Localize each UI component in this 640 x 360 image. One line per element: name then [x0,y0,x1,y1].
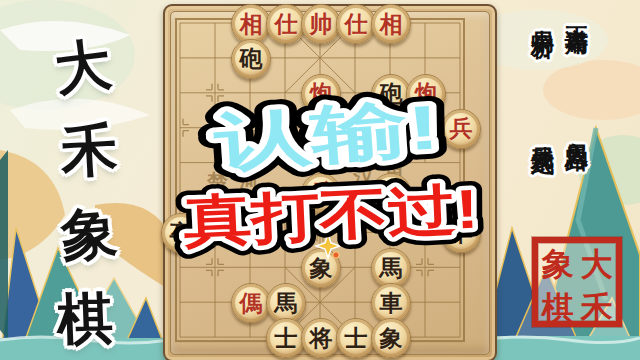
brand-seal: 大 象 禾 棋 [532,237,622,327]
piece-glyph: 象 [380,326,403,349]
topic-endgame-patterns: 残局定式 [528,127,559,135]
piece-red-advisor[interactable]: 仕 [266,4,306,44]
piece-glyph: 帅 [310,12,333,35]
piece-glyph: 馬 [275,291,298,314]
piece-red-horse[interactable]: 傌 [231,283,271,323]
piece-red-advisor[interactable]: 仕 [336,4,376,44]
piece-red-elephant[interactable]: 相 [371,4,411,44]
topic-attack-ideas: 入局思路 [562,124,593,132]
title-char: 象 [58,195,120,276]
piece-black-elephant[interactable]: 象 [371,318,411,358]
overlay-text-cant-win: 真打不过! 真打不过! 真打不过! [164,163,497,263]
piece-glyph: 車 [380,291,403,314]
seal-char: 棋 [538,287,577,331]
piece-glyph: 砲 [240,46,263,69]
piece-glyph: 士 [275,326,298,349]
title-char: 棋 [56,281,115,359]
topic-opening-theory: 正谱布局 [562,8,593,16]
title-char: 大 [51,27,116,109]
topic-midgame-analysis: 中局分析 [528,11,559,19]
piece-glyph: 相 [240,12,263,35]
piece-red-king[interactable]: 帅 [301,4,341,44]
piece-black-king[interactable]: 将 [301,318,341,358]
seal-char: 象 [538,243,577,287]
piece-glyph: 士 [345,326,368,349]
svg-text:真打不过!: 真打不过! [181,178,480,253]
piece-glyph: 馬 [380,256,403,279]
thumbnail-page: 楚河 汉界 相仕帅仕相砲炮砲炮兵兵卒卒卒象馬傌馬車士将士象 认输! 认输! 认输… [0,0,640,360]
title-char: 禾 [59,112,119,191]
piece-black-cannon[interactable]: 砲 [231,39,271,79]
piece-glyph: 仕 [275,12,298,35]
seal-char: 大 [577,243,616,287]
svg-text:认输!: 认输! [211,92,442,177]
piece-black-advisor[interactable]: 士 [266,318,306,358]
piece-glyph: 仕 [345,12,368,35]
piece-glyph: 将 [310,326,333,349]
piece-black-advisor[interactable]: 士 [336,318,376,358]
piece-glyph: 傌 [240,291,263,314]
seal-char: 禾 [577,287,616,331]
channel-title-vertical: 大 禾 象 棋 [38,30,128,358]
piece-glyph: 相 [380,12,403,35]
